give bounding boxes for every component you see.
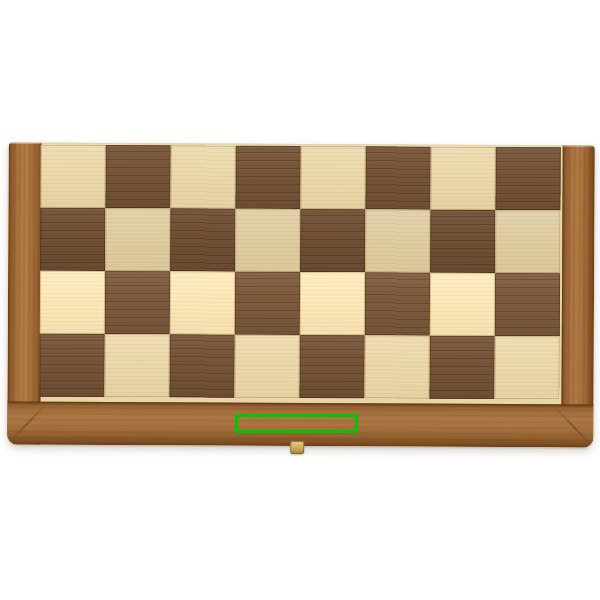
square-r1c4	[235, 146, 300, 209]
square-r3c6	[365, 272, 430, 335]
square-r3c4	[235, 272, 300, 335]
square-r2c6	[365, 209, 430, 272]
square-r3c2	[105, 271, 170, 334]
square-r2c2	[105, 208, 170, 271]
square-r3c5	[300, 272, 365, 335]
square-r1c1	[40, 145, 105, 208]
brass-clasp-knob	[290, 441, 304, 454]
square-r2c8	[495, 210, 560, 273]
square-r4c7	[429, 336, 494, 399]
square-r4c4	[234, 335, 299, 398]
square-r1c3	[170, 145, 235, 208]
frame-right-rail	[561, 145, 595, 447]
square-r4c2	[104, 334, 169, 397]
square-r4c1	[39, 334, 104, 397]
square-r3c3	[170, 271, 235, 334]
square-r2c3	[170, 208, 235, 271]
square-r2c4	[235, 209, 300, 272]
square-r4c3	[169, 334, 234, 397]
square-r4c8	[494, 336, 559, 399]
square-r3c1	[40, 271, 105, 334]
annotation-highlight-box[interactable]	[235, 414, 358, 433]
square-r4c5	[299, 335, 364, 398]
square-r4c6	[364, 335, 429, 398]
square-r2c5	[300, 209, 365, 272]
frame-left-rail	[7, 142, 42, 444]
chessboard-squares	[39, 145, 560, 400]
folded-chessboard-box	[7, 142, 595, 447]
box-top-face	[7, 142, 595, 447]
square-r1c5	[300, 146, 365, 209]
square-r3c8	[495, 273, 560, 336]
square-r1c7	[430, 147, 495, 210]
square-r2c7	[430, 210, 495, 273]
square-r2c1	[40, 208, 105, 271]
square-r1c6	[365, 146, 430, 209]
square-r3c7	[430, 273, 495, 336]
square-r1c2	[105, 145, 170, 208]
photo-background	[0, 0, 600, 600]
square-r1c8	[495, 147, 560, 210]
